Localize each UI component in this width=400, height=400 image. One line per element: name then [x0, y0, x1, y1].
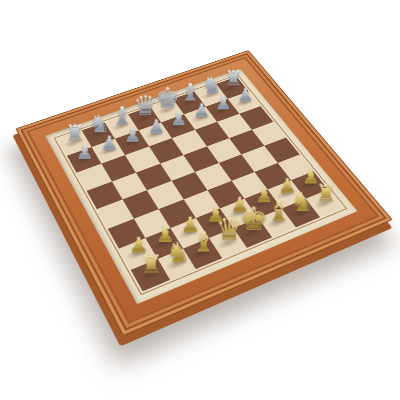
- piece-black-pawn-a7: ♟: [68, 142, 102, 162]
- perspective-stage: ♜♞♝♛♚♝♞♜♟♟♟♟♟♟♟♟♟♟♟♟♟♟♟♟♜♞♝♛♚♝♞♜: [0, 0, 400, 400]
- chess-board: ♜♞♝♛♚♝♞♜♟♟♟♟♟♟♟♟♟♟♟♟♟♟♟♟♜♞♝♛♚♝♞♜: [15, 50, 392, 336]
- piece-white-rook-a1: ♜: [132, 252, 170, 278]
- chess-set-photo: ♜♞♝♛♚♝♞♜♟♟♟♟♟♟♟♟♟♟♟♟♟♟♟♟♜♞♝♛♚♝♞♜: [0, 0, 400, 400]
